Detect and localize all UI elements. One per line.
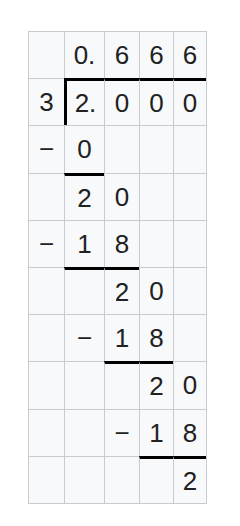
minus-sign-cell: − (28, 220, 64, 267)
empty-cell (104, 361, 139, 408)
empty-cell (28, 361, 64, 408)
work-cell: 0 (139, 267, 173, 314)
empty-cell (28, 267, 64, 314)
empty-cell (64, 409, 104, 456)
empty-cell (139, 456, 173, 503)
empty-cell (64, 456, 104, 503)
work-cell: 0 (104, 173, 139, 220)
remainder-cell: 2 (173, 456, 206, 503)
work-cell: 8 (173, 409, 206, 456)
work-cell: 1 (139, 409, 173, 456)
work-cell: 1 (104, 314, 139, 361)
empty-cell (28, 31, 64, 78)
minus-sign-cell: − (104, 409, 139, 456)
dividend-cell: 0 (139, 78, 173, 125)
empty-cell (139, 220, 173, 267)
work-cell: 1 (64, 220, 104, 267)
dividend-cell: 0 (104, 78, 139, 125)
quotient-cell: 6 (173, 31, 206, 78)
empty-cell (173, 314, 206, 361)
long-division-board: 0. 6 6 6 3 2. 0 0 0 − 0 2 0 − 1 8 2 0 (28, 31, 207, 504)
empty-cell (139, 125, 173, 172)
quotient-cell: 0. (64, 31, 104, 78)
empty-cell (173, 125, 206, 172)
empty-cell (28, 456, 64, 503)
quotient-cell: 6 (104, 31, 139, 78)
empty-cell (28, 314, 64, 361)
empty-cell (173, 220, 206, 267)
empty-cell (64, 267, 104, 314)
minus-sign-cell: − (28, 125, 64, 172)
empty-cell (104, 456, 139, 503)
quotient-cell: 6 (139, 31, 173, 78)
empty-cell (64, 361, 104, 408)
empty-cell (173, 173, 206, 220)
minus-sign-cell: − (64, 314, 104, 361)
work-cell: 8 (139, 314, 173, 361)
empty-cell (28, 173, 64, 220)
dividend-cell: 0 (173, 78, 206, 125)
divisor-cell: 3 (28, 78, 64, 125)
empty-cell (173, 267, 206, 314)
work-cell: 2 (104, 267, 139, 314)
work-cell: 2 (139, 361, 173, 408)
empty-cell (104, 125, 139, 172)
long-division-page: 0. 6 6 6 3 2. 0 0 0 − 0 2 0 − 1 8 2 0 (0, 0, 240, 526)
work-cell: 2 (64, 173, 104, 220)
dividend-cell: 2. (64, 78, 104, 125)
work-cell: 8 (104, 220, 139, 267)
work-cell: 0 (64, 125, 104, 172)
work-cell: 0 (173, 361, 206, 408)
empty-cell (28, 409, 64, 456)
empty-cell (139, 173, 173, 220)
